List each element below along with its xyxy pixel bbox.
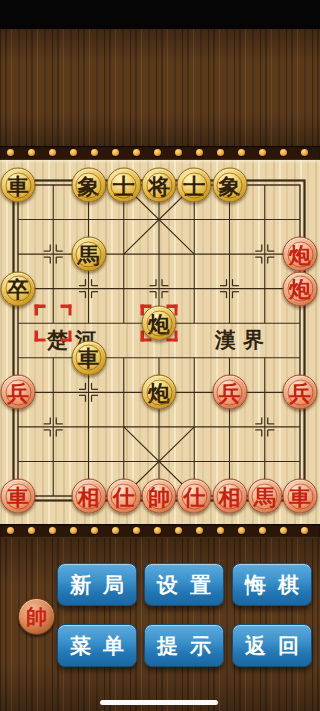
piece-red-cannon[interactable]: 炮	[283, 237, 318, 272]
stud	[112, 149, 119, 156]
piece-red-elephant[interactable]: 相	[212, 479, 247, 514]
stud	[91, 527, 98, 534]
settings-button[interactable]: 设置	[144, 563, 224, 606]
piece-red-general[interactable]: 帥	[142, 479, 177, 514]
stud	[154, 149, 161, 156]
piece-red-advisor[interactable]: 仕	[177, 479, 212, 514]
menu-button[interactable]: 菜单	[57, 624, 137, 667]
top-wood-panel	[0, 29, 320, 146]
turn-indicator-label: 帥	[26, 603, 47, 631]
stud	[49, 527, 56, 534]
piece-black-general[interactable]: 将	[142, 168, 177, 203]
piece-black-elephant[interactable]: 象	[212, 168, 247, 203]
stud	[175, 527, 182, 534]
piece-red-chariot[interactable]: 車	[1, 479, 36, 514]
piece-black-cannon[interactable]: 炮	[142, 375, 177, 410]
stud	[175, 149, 182, 156]
xiangqi-board[interactable]: 楚河 漢界 車象士将士象馬炮卒炮炮車兵炮兵兵車相仕帥仕相馬車	[0, 160, 320, 524]
undo-move-button[interactable]: 悔棋	[232, 563, 312, 606]
stud	[70, 149, 77, 156]
status-bar	[0, 0, 320, 29]
stud	[154, 527, 161, 534]
stud	[280, 527, 287, 534]
new-game-button[interactable]: 新局	[57, 563, 137, 606]
piece-black-cannon[interactable]: 炮	[142, 306, 177, 341]
stud	[28, 149, 35, 156]
piece-black-soldier[interactable]: 卒	[1, 271, 36, 306]
stud	[301, 149, 308, 156]
stud	[259, 527, 266, 534]
stud	[112, 527, 119, 534]
piece-red-chariot[interactable]: 車	[283, 479, 318, 514]
piece-red-soldier[interactable]: 兵	[212, 375, 247, 410]
piece-red-elephant[interactable]: 相	[71, 479, 106, 514]
stud	[28, 527, 35, 534]
piece-black-advisor[interactable]: 士	[106, 168, 141, 203]
stud	[70, 527, 77, 534]
stud	[301, 527, 308, 534]
hint-button[interactable]: 提示	[144, 624, 224, 667]
stud	[196, 527, 203, 534]
piece-black-horse[interactable]: 馬	[71, 237, 106, 272]
stud	[196, 149, 203, 156]
stud	[238, 149, 245, 156]
piece-red-advisor[interactable]: 仕	[106, 479, 141, 514]
turn-indicator-piece: 帥	[18, 598, 55, 635]
piece-red-soldier[interactable]: 兵	[283, 375, 318, 410]
stud	[259, 149, 266, 156]
stud	[280, 149, 287, 156]
piece-black-advisor[interactable]: 士	[177, 168, 212, 203]
top-stud-band	[0, 146, 320, 160]
stud	[7, 527, 14, 534]
piece-black-chariot[interactable]: 車	[1, 168, 36, 203]
bottom-stud-band	[0, 524, 320, 538]
stud	[133, 149, 140, 156]
stud	[49, 149, 56, 156]
stud	[217, 149, 224, 156]
stud	[238, 527, 245, 534]
stud	[91, 149, 98, 156]
piece-red-horse[interactable]: 馬	[247, 479, 282, 514]
stud	[217, 527, 224, 534]
xiangqi-app-screen: 楚河 漢界 車象士将士象馬炮卒炮炮車兵炮兵兵車相仕帥仕相馬車 帥 新局 设置 悔…	[0, 0, 320, 711]
home-indicator[interactable]	[100, 700, 218, 705]
river-label-han-jie: 漢界	[215, 326, 271, 354]
back-button[interactable]: 返回	[232, 624, 312, 667]
piece-red-soldier[interactable]: 兵	[1, 375, 36, 410]
piece-red-cannon[interactable]: 炮	[283, 271, 318, 306]
stud	[7, 149, 14, 156]
stud	[133, 527, 140, 534]
piece-black-elephant[interactable]: 象	[71, 168, 106, 203]
piece-black-chariot[interactable]: 車	[71, 340, 106, 375]
